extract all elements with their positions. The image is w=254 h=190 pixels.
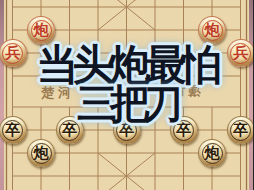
piece-glyph: 卒 xyxy=(62,122,77,137)
piece-glyph: 卒 xyxy=(176,122,191,137)
piece-red-pawn[interactable]: 兵 xyxy=(0,39,27,67)
piece-red-cannon[interactable]: 炮 xyxy=(198,16,226,44)
piece-black-pawn[interactable]: 卒 xyxy=(170,116,198,144)
piece-black-cannon[interactable]: 炮 xyxy=(198,139,226,167)
piece-glyph: 卒 xyxy=(119,122,134,137)
piece-glyph: 炮 xyxy=(205,145,220,160)
piece-black-cannon[interactable]: 炮 xyxy=(27,139,55,167)
piece-black-pawn[interactable]: 卒 xyxy=(56,116,84,144)
piece-black-pawn[interactable]: 卒 xyxy=(227,116,254,144)
piece-glyph: 炮 xyxy=(34,145,49,160)
piece-glyph: 炮 xyxy=(34,22,49,37)
piece-glyph: 炮 xyxy=(205,22,220,37)
piece-red-cannon[interactable]: 炮 xyxy=(27,16,55,44)
piece-glyph: 兵 xyxy=(233,45,248,60)
piece-layer: 炮炮兵兵卒卒卒卒炮炮卒 xyxy=(0,0,253,190)
piece-glyph: 卒 xyxy=(233,122,248,137)
piece-red-pawn[interactable]: 兵 xyxy=(227,39,254,67)
piece-black-pawn[interactable]: 卒 xyxy=(0,116,27,144)
xiangqi-app-screen: 楚河 漢界 炮炮兵兵卒卒卒卒炮炮卒 当头炮最怕 三把刀 xyxy=(0,0,253,190)
piece-black-pawn[interactable]: 卒 xyxy=(113,116,141,144)
piece-glyph: 卒 xyxy=(5,122,20,137)
piece-glyph: 兵 xyxy=(5,45,20,60)
